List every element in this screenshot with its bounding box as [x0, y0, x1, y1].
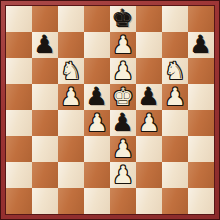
square-d8[interactable]	[84, 6, 110, 32]
square-b3[interactable]	[32, 136, 58, 162]
square-b5[interactable]	[32, 84, 58, 110]
square-g3[interactable]	[162, 136, 188, 162]
square-a3[interactable]	[6, 136, 32, 162]
black-pawn[interactable]: ♟	[138, 84, 160, 110]
square-b8[interactable]	[32, 6, 58, 32]
square-h3[interactable]	[188, 136, 214, 162]
square-g1[interactable]	[162, 188, 188, 214]
board-frame: ♚♟♟♟♞♟♞♟♟♚♟♟♟♟♟♟♟	[0, 0, 220, 220]
square-f7[interactable]	[136, 32, 162, 58]
square-g7[interactable]	[162, 32, 188, 58]
square-h4[interactable]	[188, 110, 214, 136]
square-b2[interactable]	[32, 162, 58, 188]
square-f4[interactable]: ♟	[136, 110, 162, 136]
square-a4[interactable]	[6, 110, 32, 136]
square-c6[interactable]: ♞	[58, 58, 84, 84]
white-king[interactable]: ♚	[112, 84, 134, 110]
square-f1[interactable]	[136, 188, 162, 214]
square-c1[interactable]	[58, 188, 84, 214]
black-king[interactable]: ♚	[112, 6, 134, 32]
chess-board: ♚♟♟♟♞♟♞♟♟♚♟♟♟♟♟♟♟	[6, 6, 214, 214]
square-g8[interactable]	[162, 6, 188, 32]
square-e6[interactable]: ♟	[110, 58, 136, 84]
white-pawn[interactable]: ♟	[112, 58, 134, 84]
square-h6[interactable]	[188, 58, 214, 84]
white-knight[interactable]: ♞	[60, 58, 82, 84]
square-h8[interactable]	[188, 6, 214, 32]
square-g2[interactable]	[162, 162, 188, 188]
square-b6[interactable]	[32, 58, 58, 84]
black-pawn[interactable]: ♟	[86, 84, 108, 110]
square-f8[interactable]	[136, 6, 162, 32]
square-c2[interactable]	[58, 162, 84, 188]
square-c5[interactable]: ♟	[58, 84, 84, 110]
square-a7[interactable]	[6, 32, 32, 58]
square-d4[interactable]: ♟	[84, 110, 110, 136]
square-c4[interactable]	[58, 110, 84, 136]
square-a5[interactable]	[6, 84, 32, 110]
square-b7[interactable]: ♟	[32, 32, 58, 58]
square-g4[interactable]	[162, 110, 188, 136]
square-e5[interactable]: ♚	[110, 84, 136, 110]
square-h5[interactable]	[188, 84, 214, 110]
square-a2[interactable]	[6, 162, 32, 188]
square-d2[interactable]	[84, 162, 110, 188]
square-c3[interactable]	[58, 136, 84, 162]
white-pawn[interactable]: ♟	[164, 84, 186, 110]
square-e3[interactable]: ♟	[110, 136, 136, 162]
square-e1[interactable]	[110, 188, 136, 214]
square-a6[interactable]	[6, 58, 32, 84]
white-pawn[interactable]: ♟	[86, 110, 108, 136]
square-f5[interactable]: ♟	[136, 84, 162, 110]
white-knight[interactable]: ♞	[164, 58, 186, 84]
square-e7[interactable]: ♟	[110, 32, 136, 58]
square-d3[interactable]	[84, 136, 110, 162]
square-d1[interactable]	[84, 188, 110, 214]
square-e2[interactable]: ♟	[110, 162, 136, 188]
square-b4[interactable]	[32, 110, 58, 136]
square-f2[interactable]	[136, 162, 162, 188]
square-b1[interactable]	[32, 188, 58, 214]
square-e4[interactable]: ♟	[110, 110, 136, 136]
square-f6[interactable]	[136, 58, 162, 84]
black-pawn[interactable]: ♟	[190, 32, 212, 58]
square-c7[interactable]	[58, 32, 84, 58]
square-c8[interactable]	[58, 6, 84, 32]
white-pawn[interactable]: ♟	[138, 110, 160, 136]
black-pawn[interactable]: ♟	[112, 110, 134, 136]
square-g6[interactable]: ♞	[162, 58, 188, 84]
square-d7[interactable]	[84, 32, 110, 58]
square-h1[interactable]	[188, 188, 214, 214]
white-pawn[interactable]: ♟	[112, 136, 134, 162]
square-a1[interactable]	[6, 188, 32, 214]
square-d6[interactable]	[84, 58, 110, 84]
square-g5[interactable]: ♟	[162, 84, 188, 110]
white-pawn[interactable]: ♟	[112, 162, 134, 188]
square-h2[interactable]	[188, 162, 214, 188]
black-pawn[interactable]: ♟	[34, 32, 56, 58]
square-a8[interactable]	[6, 6, 32, 32]
white-pawn[interactable]: ♟	[112, 32, 134, 58]
white-pawn[interactable]: ♟	[60, 84, 82, 110]
square-e8[interactable]: ♚	[110, 6, 136, 32]
square-f3[interactable]	[136, 136, 162, 162]
square-h7[interactable]: ♟	[188, 32, 214, 58]
square-d5[interactable]: ♟	[84, 84, 110, 110]
